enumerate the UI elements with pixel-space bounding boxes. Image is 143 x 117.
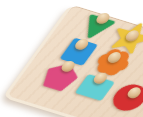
- product-photo-scene: [0, 0, 143, 117]
- puzzle-board: [7, 5, 143, 117]
